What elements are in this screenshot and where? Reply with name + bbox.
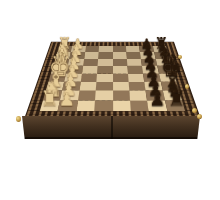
square-b3 [84, 52, 99, 59]
white-pawn-piece: ♟ [71, 38, 85, 52]
square-e1: ♚ [49, 74, 67, 82]
square-g3 [78, 91, 96, 101]
square-h5 [113, 100, 131, 111]
base-bottom-edge [22, 137, 200, 139]
square-b8: ♞ [154, 52, 170, 59]
square-d7: ♟ [142, 66, 159, 74]
square-b5 [113, 52, 127, 59]
brass-clasp-icon [197, 114, 202, 119]
fold-seam [111, 116, 113, 139]
square-f4 [96, 82, 113, 91]
black-pawn-piece: ♟ [140, 38, 154, 52]
black-pawn-piece: ♟ [144, 65, 160, 81]
square-e8: ♚ [159, 74, 177, 82]
square-h6 [130, 100, 149, 111]
square-e6 [128, 74, 145, 82]
square-d3 [82, 66, 98, 74]
square-h2: ♟ [58, 100, 78, 111]
white-rook-piece: ♜ [40, 89, 58, 110]
brass-hinge-icon [192, 108, 197, 113]
square-c4 [98, 59, 113, 66]
square-c5 [113, 59, 128, 66]
square-c8: ♝ [155, 59, 171, 66]
square-f8: ♝ [160, 82, 179, 91]
square-f2: ♟ [63, 82, 81, 91]
square-e3 [81, 74, 98, 82]
white-pawn-piece: ♟ [58, 92, 76, 110]
white-bishop-piece: ♝ [46, 68, 63, 90]
square-d6 [127, 66, 143, 74]
square-d8: ♛ [157, 66, 174, 74]
board-grid: ♜♟♟♜♞♟♟♞♝♟♟♝♛♟♟♛♚♟♟♚♝♟♟♝♞♟♟♞♜♟♟♜ [40, 46, 185, 111]
white-pawn-piece: ♟ [65, 65, 81, 81]
product-photo: ♜♟♟♜♞♟♟♞♝♟♟♝♛♟♟♛♚♟♟♚♝♟♟♝♞♟♟♞♜♟♟♜ [0, 0, 220, 200]
square-f1: ♝ [46, 82, 65, 91]
square-c6 [127, 59, 142, 66]
square-f5 [113, 82, 130, 91]
brass-clasp-icon [16, 116, 21, 122]
square-c7: ♟ [141, 59, 157, 66]
brass-hinge-icon [185, 84, 189, 89]
square-f6 [128, 82, 145, 91]
square-f3 [79, 82, 96, 91]
square-e2: ♟ [65, 74, 82, 82]
black-rook-piece: ♜ [154, 36, 168, 52]
black-bishop-piece: ♝ [162, 68, 179, 90]
square-b4 [98, 52, 112, 59]
brass-hinge-icon [178, 55, 182, 59]
square-g5 [113, 91, 130, 101]
square-b7: ♟ [140, 52, 155, 59]
carved-border-frame: ♜♟♟♜♞♟♟♞♝♟♟♝♛♟♟♛♚♟♟♚♝♟♟♝♞♟♟♞♜♟♟♜ [24, 42, 201, 119]
square-f7: ♟ [144, 82, 162, 91]
black-rook-piece: ♜ [167, 89, 185, 110]
square-b2: ♟ [70, 52, 85, 59]
square-h4 [94, 100, 112, 111]
square-c2: ♟ [68, 59, 84, 66]
square-g4 [95, 91, 112, 101]
white-pawn-piece: ♟ [63, 73, 80, 90]
board-base [22, 116, 200, 139]
square-h8: ♜ [165, 100, 185, 111]
chess-board: ♜♟♟♜♞♟♟♞♝♟♟♝♛♟♟♛♚♟♟♚♝♟♟♝♞♟♟♞♜♟♟♜ [24, 42, 201, 119]
square-g7: ♟ [146, 91, 165, 101]
square-d5 [113, 66, 128, 74]
square-g6 [129, 91, 147, 101]
square-g2: ♟ [60, 91, 79, 101]
square-c3 [83, 59, 98, 66]
square-d2: ♟ [66, 66, 83, 74]
square-g1: ♞ [43, 91, 63, 101]
square-h3 [76, 100, 95, 111]
square-d4 [97, 66, 112, 74]
square-g8: ♞ [162, 91, 182, 101]
square-b6 [126, 52, 141, 59]
square-e7: ♟ [143, 74, 160, 82]
square-c1: ♝ [53, 59, 69, 66]
white-rook-piece: ♜ [57, 36, 71, 52]
square-e4 [97, 74, 113, 82]
square-e5 [113, 74, 129, 82]
